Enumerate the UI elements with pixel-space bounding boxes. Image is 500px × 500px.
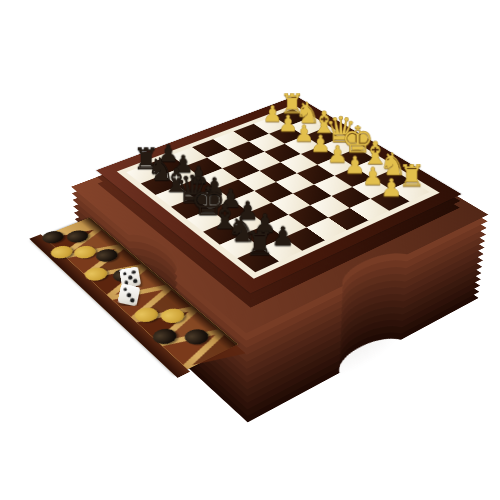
board-square[interactable]: ♞ bbox=[289, 118, 324, 135]
board-square[interactable] bbox=[238, 171, 276, 191]
board-square[interactable]: ♟ bbox=[301, 146, 338, 165]
chess-piece-black-rook[interactable]: ♜ bbox=[244, 227, 274, 260]
die-pip bbox=[133, 279, 137, 283]
checker-dark[interactable] bbox=[63, 228, 92, 245]
board-square[interactable] bbox=[234, 124, 269, 142]
chess-piece-yellow-pawn[interactable]: ♟ bbox=[262, 103, 282, 125]
die-pip bbox=[127, 293, 132, 298]
die-pip bbox=[132, 270, 136, 274]
die-pip bbox=[123, 271, 127, 275]
board-square[interactable] bbox=[207, 149, 244, 168]
board-square[interactable] bbox=[281, 154, 318, 173]
chess-piece-yellow-pawn[interactable]: ♟ bbox=[380, 176, 402, 201]
product-photo-stage: ♜♟♟♜♞♟♟♞♝♟♟♝♛♟♟♛♚♟♟♚♝♟♟♝♞♟♟♞♜♟♟♜ bbox=[0, 0, 500, 500]
chess-piece-yellow-pawn[interactable]: ♟ bbox=[293, 122, 313, 145]
chess-piece-yellow-king[interactable]: ♚ bbox=[341, 121, 374, 158]
board-square[interactable] bbox=[244, 152, 281, 171]
checker-gold[interactable] bbox=[70, 243, 100, 260]
die-showing-3[interactable] bbox=[117, 283, 140, 306]
board-square[interactable]: ♟ bbox=[318, 156, 355, 175]
chess-piece-yellow-pawn[interactable]: ♟ bbox=[326, 143, 347, 167]
die-pip bbox=[128, 275, 132, 279]
chess-piece-yellow-pawn[interactable]: ♟ bbox=[277, 113, 297, 136]
chess-piece-yellow-rook[interactable]: ♜ bbox=[279, 90, 304, 117]
board-square[interactable]: ♝ bbox=[305, 128, 341, 146]
board-square[interactable] bbox=[297, 165, 335, 185]
die-pip bbox=[123, 287, 128, 292]
board-square[interactable] bbox=[222, 160, 259, 180]
board-square[interactable]: ♟ bbox=[269, 126, 305, 144]
board-square[interactable] bbox=[264, 144, 300, 163]
board-square[interactable]: ♟ bbox=[254, 116, 289, 133]
chess-piece-yellow-pawn[interactable]: ♟ bbox=[309, 132, 330, 155]
board-square[interactable] bbox=[192, 139, 228, 157]
board-square[interactable] bbox=[228, 141, 264, 160]
board-square[interactable]: ♛ bbox=[321, 138, 357, 156]
board-square[interactable]: ♟ bbox=[285, 136, 321, 154]
chess-piece-yellow-knight[interactable]: ♞ bbox=[294, 99, 320, 128]
die-pip bbox=[130, 298, 135, 303]
chess-piece-yellow-bishop[interactable]: ♝ bbox=[310, 107, 337, 137]
board-square[interactable] bbox=[249, 134, 285, 152]
board-square[interactable] bbox=[213, 131, 249, 149]
board-square[interactable]: ♜ bbox=[273, 109, 308, 126]
chess-piece-yellow-queen[interactable]: ♛ bbox=[324, 112, 356, 147]
board-square[interactable] bbox=[260, 162, 297, 182]
